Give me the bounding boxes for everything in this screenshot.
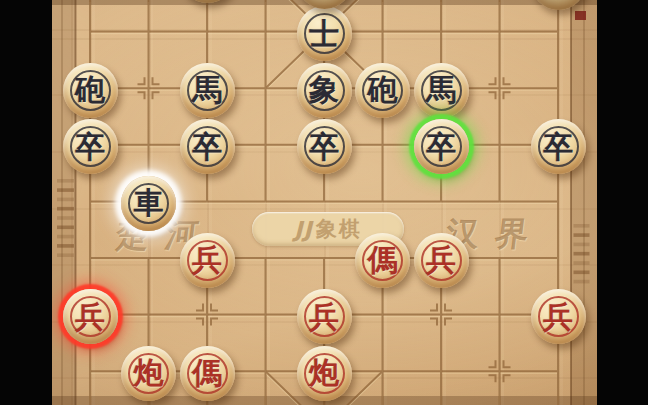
piece-black-soldier-c7r4[interactable]: 卒: [414, 119, 469, 174]
piece-black-cannon-c6r3[interactable]: 砲: [355, 63, 410, 118]
piece-red-horse-c6r6[interactable]: 傌: [355, 233, 410, 288]
edge-ladder-mark: [57, 198, 74, 202]
piece-black-horse-c7r3[interactable]: 馬: [414, 63, 469, 118]
piece-black-advisor-c5r2[interactable]: 士: [297, 6, 352, 61]
edge-ladder-mark: [57, 216, 74, 220]
letterbox-left: [0, 0, 52, 405]
piece-glyph: 馬: [426, 75, 456, 105]
edge-ladder-mark: [574, 243, 590, 247]
piece-glyph: 兵: [192, 245, 222, 275]
edge-ladder-mark: [57, 226, 74, 230]
piece-glyph: 卒: [309, 132, 339, 162]
piece-glyph: 卒: [426, 132, 456, 162]
piece-glyph: 兵: [426, 245, 456, 275]
piece-red-horse-c3r8[interactable]: 傌: [180, 346, 235, 401]
piece-black-soldier-c1r4[interactable]: 卒: [63, 119, 118, 174]
piece-glyph: 卒: [75, 132, 105, 162]
piece-black-soldier-c3r4[interactable]: 卒: [180, 119, 235, 174]
piece-red-soldier-c7r6[interactable]: 兵: [414, 233, 469, 288]
piece-glyph: 象: [309, 75, 339, 105]
edge-ladder-mark: [57, 188, 74, 192]
piece-red-cannon-c2r8[interactable]: 炮: [121, 346, 176, 401]
edge-ladder-mark: [574, 224, 590, 228]
piece-glyph: 車: [134, 188, 164, 218]
edge-ladder-mark: [57, 253, 74, 257]
piece-glyph: 兵: [309, 302, 339, 332]
piece-glyph: 砲: [75, 75, 105, 105]
piece-glyph: 卒: [543, 132, 573, 162]
piece-glyph: 傌: [368, 245, 398, 275]
logo-cjk: 象棋: [316, 215, 362, 243]
piece-glyph: 砲: [368, 75, 398, 105]
piece-red-soldier-c5r7[interactable]: 兵: [297, 289, 352, 344]
piece-red-soldier-c3r6[interactable]: 兵: [180, 233, 235, 288]
edge-ladder-mark: [574, 261, 590, 265]
piece-black-cannon-c1r3[interactable]: 砲: [63, 63, 118, 118]
piece-black-horse-c3r3[interactable]: 馬: [180, 63, 235, 118]
edge-ladder-mark: [57, 179, 74, 183]
edge-ladder-mark: [574, 271, 590, 275]
edge-ladder-mark: [574, 252, 590, 256]
piece-red-cannon-c5r8[interactable]: 炮: [297, 346, 352, 401]
piece-glyph: 炮: [134, 358, 164, 388]
piece-red-soldier-c9r7[interactable]: 兵: [531, 289, 586, 344]
piece-glyph: 卒: [192, 132, 222, 162]
edge-red-mark: [575, 11, 586, 20]
piece-black-chariot-c2r5[interactable]: 車: [121, 176, 176, 231]
piece-black-soldier-c9r4[interactable]: 卒: [531, 119, 586, 174]
piece-black-elephant-c5r3[interactable]: 象: [297, 63, 352, 118]
edge-ladder-mark: [57, 235, 74, 239]
piece-black-soldier-c5r4[interactable]: 卒: [297, 119, 352, 174]
piece-glyph: 士: [309, 19, 339, 49]
piece-glyph: 兵: [75, 302, 105, 332]
piece-glyph: 兵: [543, 302, 573, 332]
piece-glyph: 炮: [309, 358, 339, 388]
edge-ladder-mark: [574, 280, 590, 284]
letterbox-right: [597, 0, 648, 405]
edge-ladder-mark: [57, 244, 74, 248]
edge-ladder-mark: [57, 207, 74, 211]
piece-glyph: 馬: [192, 75, 222, 105]
xiangqi-app-screen: 楚河 汉界 JJ象棋 士砲馬象砲馬卒卒卒卒卒車兵傌兵兵兵兵炮傌炮: [0, 0, 648, 405]
logo-latin: JJ: [294, 217, 312, 242]
edge-ladder-mark: [574, 233, 590, 237]
piece-red-soldier-c1r7[interactable]: 兵: [63, 289, 118, 344]
piece-glyph: 傌: [192, 358, 222, 388]
